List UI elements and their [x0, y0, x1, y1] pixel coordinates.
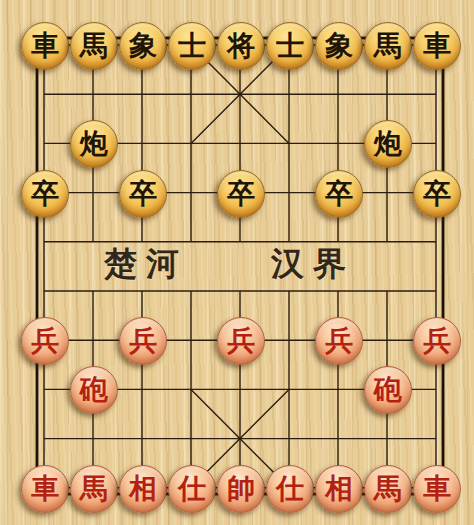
- pieces-layer: 車馬象士将士象馬車炮炮卒卒卒卒卒兵兵兵兵兵砲砲車馬相仕帥仕相馬車: [0, 0, 474, 525]
- piece-red-soldier[interactable]: 兵: [217, 317, 265, 365]
- piece-black-horse[interactable]: 馬: [364, 22, 412, 70]
- piece-red-horse[interactable]: 馬: [364, 465, 412, 513]
- piece-black-cannon[interactable]: 炮: [70, 120, 118, 168]
- piece-red-general[interactable]: 帥: [217, 465, 265, 513]
- piece-black-advisor[interactable]: 士: [266, 22, 314, 70]
- piece-black-chariot[interactable]: 車: [21, 22, 69, 70]
- piece-red-cannon[interactable]: 砲: [364, 366, 412, 414]
- piece-red-cannon[interactable]: 砲: [70, 366, 118, 414]
- piece-black-chariot[interactable]: 車: [413, 22, 461, 70]
- piece-black-soldier[interactable]: 卒: [119, 170, 167, 218]
- piece-black-soldier[interactable]: 卒: [21, 170, 69, 218]
- piece-black-soldier[interactable]: 卒: [315, 170, 363, 218]
- piece-red-horse[interactable]: 馬: [70, 465, 118, 513]
- piece-black-soldier[interactable]: 卒: [413, 170, 461, 218]
- piece-black-horse[interactable]: 馬: [70, 22, 118, 70]
- piece-black-general[interactable]: 将: [217, 22, 265, 70]
- piece-black-soldier[interactable]: 卒: [217, 170, 265, 218]
- piece-black-cannon[interactable]: 炮: [364, 120, 412, 168]
- piece-red-soldier[interactable]: 兵: [21, 317, 69, 365]
- piece-red-elephant[interactable]: 相: [119, 465, 167, 513]
- piece-black-advisor[interactable]: 士: [168, 22, 216, 70]
- piece-red-soldier[interactable]: 兵: [315, 317, 363, 365]
- piece-red-advisor[interactable]: 仕: [168, 465, 216, 513]
- piece-red-advisor[interactable]: 仕: [266, 465, 314, 513]
- piece-red-elephant[interactable]: 相: [315, 465, 363, 513]
- piece-black-elephant[interactable]: 象: [119, 22, 167, 70]
- piece-red-chariot[interactable]: 車: [413, 465, 461, 513]
- xiangqi-board: 楚河 汉界 車馬象士将士象馬車炮炮卒卒卒卒卒兵兵兵兵兵砲砲車馬相仕帥仕相馬車: [0, 0, 474, 525]
- piece-red-chariot[interactable]: 車: [21, 465, 69, 513]
- piece-red-soldier[interactable]: 兵: [413, 317, 461, 365]
- piece-black-elephant[interactable]: 象: [315, 22, 363, 70]
- piece-red-soldier[interactable]: 兵: [119, 317, 167, 365]
